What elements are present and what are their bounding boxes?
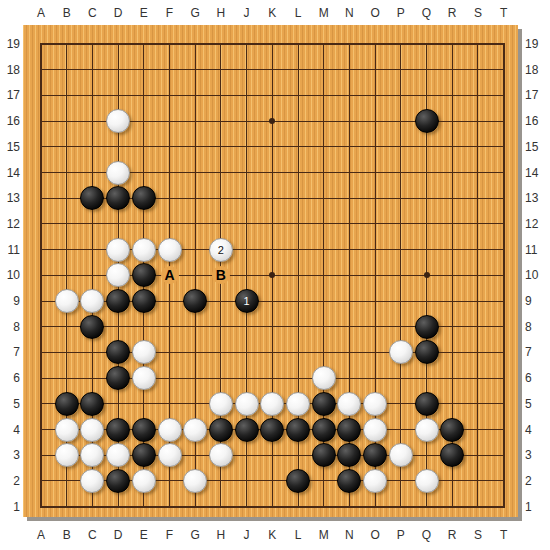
coord-label-bottom-m: M	[314, 528, 334, 542]
coord-label-bottom-e: E	[134, 528, 154, 542]
stone-black-d7	[106, 340, 130, 364]
coord-label-right-5: 5	[525, 396, 544, 412]
stone-black-d9	[106, 289, 130, 313]
coord-label-top-k: K	[262, 6, 282, 20]
stone-white-c4	[80, 418, 104, 442]
stone-black-q16	[415, 109, 439, 133]
coord-label-bottom-n: N	[339, 528, 359, 542]
coord-label-bottom-c: C	[82, 528, 102, 542]
coord-label-left-13: 13	[1, 190, 20, 206]
star-point-k16	[269, 118, 275, 124]
coord-label-left-4: 4	[1, 422, 20, 438]
stone-white-f4	[158, 418, 182, 442]
coord-label-right-19: 19	[525, 36, 544, 52]
coord-label-right-16: 16	[525, 113, 544, 129]
coord-label-left-12: 12	[1, 216, 20, 232]
stone-white-c2	[80, 469, 104, 493]
coord-label-top-n: N	[339, 6, 359, 20]
coord-label-bottom-l: L	[288, 528, 308, 542]
coord-label-bottom-t: T	[494, 528, 514, 542]
go-diagram-page: 12AB AABBCCDDEEFFGGHHJJKKLLMMNNOOPPQQRRS…	[0, 0, 550, 550]
stone-black-l4	[286, 418, 310, 442]
coord-label-bottom-r: R	[442, 528, 462, 542]
stone-black-r3	[440, 443, 464, 467]
coord-label-top-m: M	[314, 6, 334, 20]
coord-label-bottom-s: S	[468, 528, 488, 542]
stone-white-d10	[106, 263, 130, 287]
stone-white-d11	[106, 238, 130, 262]
coord-label-left-19: 19	[1, 36, 20, 52]
stone-white-e6	[132, 366, 156, 390]
stone-black-m4	[312, 418, 336, 442]
stone-black-d4	[106, 418, 130, 442]
coord-label-top-p: P	[391, 6, 411, 20]
stone-black-h4	[209, 418, 233, 442]
stone-white-n5	[337, 392, 361, 416]
stone-white-o4	[363, 418, 387, 442]
stone-black-o3	[363, 443, 387, 467]
coord-label-left-3: 3	[1, 447, 20, 463]
coord-label-top-t: T	[494, 6, 514, 20]
coord-label-right-18: 18	[525, 62, 544, 78]
stone-black-d2	[106, 469, 130, 493]
grid-line-vertical	[400, 43, 401, 508]
coord-label-left-11: 11	[1, 242, 20, 258]
stone-white-b4	[55, 418, 79, 442]
coord-label-top-r: R	[442, 6, 462, 20]
coord-label-right-7: 7	[525, 344, 544, 360]
stone-white-e7	[132, 340, 156, 364]
coord-label-bottom-j: J	[237, 528, 257, 542]
stone-white-e2	[132, 469, 156, 493]
coord-label-bottom-d: D	[108, 528, 128, 542]
stone-white-q4	[415, 418, 439, 442]
stone-white-m6	[312, 366, 336, 390]
coord-label-top-g: G	[185, 6, 205, 20]
coord-label-top-s: S	[468, 6, 488, 20]
stone-black-n2	[337, 469, 361, 493]
go-board: 12AB	[23, 25, 518, 517]
stone-white-d14	[106, 161, 130, 185]
coord-label-bottom-p: P	[391, 528, 411, 542]
grid-line-vertical	[503, 43, 505, 508]
coord-label-left-17: 17	[1, 87, 20, 103]
coord-label-top-e: E	[134, 6, 154, 20]
coord-label-top-b: B	[57, 6, 77, 20]
stone-black-m3	[312, 443, 336, 467]
stone-black-m5	[312, 392, 336, 416]
stone-white-g2	[183, 469, 207, 493]
coord-label-right-3: 3	[525, 447, 544, 463]
stone-black-l2	[286, 469, 310, 493]
coord-label-bottom-h: H	[211, 528, 231, 542]
coord-label-right-15: 15	[525, 139, 544, 155]
stone-black-e9	[132, 289, 156, 313]
coord-label-left-14: 14	[1, 165, 20, 181]
coord-label-right-6: 6	[525, 370, 544, 386]
stone-white-h5	[209, 392, 233, 416]
coord-label-top-q: Q	[417, 6, 437, 20]
stone-black-c8	[80, 315, 104, 339]
coord-label-right-13: 13	[525, 190, 544, 206]
stone-white-d16	[106, 109, 130, 133]
grid-line-vertical	[477, 43, 478, 508]
stone-white-p3	[389, 443, 413, 467]
star-point-q10	[424, 272, 430, 278]
stone-white-d3	[106, 443, 130, 467]
coord-label-right-17: 17	[525, 87, 544, 103]
stone-black-n3	[337, 443, 361, 467]
move-number-1: 1	[235, 289, 259, 313]
coord-label-top-h: H	[211, 6, 231, 20]
coord-label-right-12: 12	[525, 216, 544, 232]
stone-black-d6	[106, 366, 130, 390]
stone-black-q7	[415, 340, 439, 364]
stone-black-n4	[337, 418, 361, 442]
coord-label-bottom-f: F	[160, 528, 180, 542]
coord-label-left-5: 5	[1, 396, 20, 412]
stone-white-p7	[389, 340, 413, 364]
coord-label-top-a: A	[31, 6, 51, 20]
coord-label-left-6: 6	[1, 370, 20, 386]
stone-black-e13	[132, 186, 156, 210]
coord-label-top-j: J	[237, 6, 257, 20]
coord-label-left-8: 8	[1, 319, 20, 335]
coord-label-bottom-o: O	[365, 528, 385, 542]
stone-black-c5	[80, 392, 104, 416]
stone-white-q2	[415, 469, 439, 493]
stone-black-d13	[106, 186, 130, 210]
coord-label-left-2: 2	[1, 473, 20, 489]
coord-label-bottom-b: B	[57, 528, 77, 542]
coord-label-top-o: O	[365, 6, 385, 20]
coord-label-bottom-g: G	[185, 528, 205, 542]
coord-label-right-8: 8	[525, 319, 544, 335]
coord-label-bottom-k: K	[262, 528, 282, 542]
stone-black-j4	[235, 418, 259, 442]
coord-label-top-d: D	[108, 6, 128, 20]
stone-white-c9	[80, 289, 104, 313]
coord-label-right-4: 4	[525, 422, 544, 438]
move-number-2: 2	[209, 238, 233, 262]
stone-white-f11	[158, 238, 182, 262]
coord-label-left-15: 15	[1, 139, 20, 155]
stone-white-o2	[363, 469, 387, 493]
stone-white-c3	[80, 443, 104, 467]
coord-label-right-14: 14	[525, 165, 544, 181]
stone-black-b5	[55, 392, 79, 416]
coord-label-top-c: C	[82, 6, 102, 20]
coord-label-left-1: 1	[1, 499, 20, 515]
stone-black-e4	[132, 418, 156, 442]
point-label-a: A	[161, 266, 179, 284]
stone-white-e11	[132, 238, 156, 262]
stone-white-b9	[55, 289, 79, 313]
stone-black-g9	[183, 289, 207, 313]
stone-white-h3	[209, 443, 233, 467]
stone-white-o5	[363, 392, 387, 416]
coord-label-left-16: 16	[1, 113, 20, 129]
stone-white-b3	[55, 443, 79, 467]
stone-black-q8	[415, 315, 439, 339]
stone-white-f3	[158, 443, 182, 467]
stone-white-j5	[235, 392, 259, 416]
coord-label-left-18: 18	[1, 62, 20, 78]
stone-black-e3	[132, 443, 156, 467]
stone-white-k5	[260, 392, 284, 416]
coord-label-top-f: F	[160, 6, 180, 20]
stone-white-g4	[183, 418, 207, 442]
coord-label-left-10: 10	[1, 267, 20, 283]
coord-label-left-7: 7	[1, 344, 20, 360]
stone-black-e10	[132, 263, 156, 287]
stone-black-k4	[260, 418, 284, 442]
point-label-b: B	[212, 266, 230, 284]
stone-black-c13	[80, 186, 104, 210]
coord-label-bottom-a: A	[31, 528, 51, 542]
coord-label-bottom-q: Q	[417, 528, 437, 542]
coord-label-right-10: 10	[525, 267, 544, 283]
coord-label-top-l: L	[288, 6, 308, 20]
stone-black-r4	[440, 418, 464, 442]
grid-line-horizontal	[40, 506, 505, 508]
coord-label-right-11: 11	[525, 242, 544, 258]
stone-black-q5	[415, 392, 439, 416]
coord-label-left-9: 9	[1, 293, 20, 309]
coord-label-right-9: 9	[525, 293, 544, 309]
stone-white-l5	[286, 392, 310, 416]
star-point-k10	[269, 272, 275, 278]
coord-label-right-1: 1	[525, 499, 544, 515]
coord-label-right-2: 2	[525, 473, 544, 489]
